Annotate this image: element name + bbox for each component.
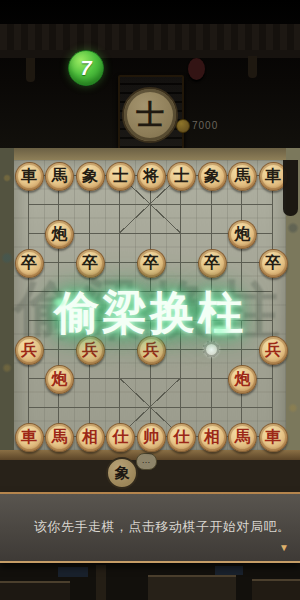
- piece-char: 象: [204, 168, 220, 184]
- piece-black-r1c8[interactable]: 馬: [228, 162, 257, 191]
- level-badge-number: 7: [80, 57, 91, 80]
- roof-decoration: [0, 24, 300, 53]
- piece-char: 炮: [52, 226, 68, 242]
- glow-spark: [52, 298, 66, 306]
- piece-char: 士: [113, 168, 129, 184]
- stratagem-title: 偷梁换柱: [0, 283, 300, 343]
- piece-black-r4c5[interactable]: 卒: [137, 249, 166, 278]
- advisor-sign-emblem: 士: [122, 87, 178, 143]
- piece-char: 卒: [265, 255, 281, 271]
- building-decoration: [148, 575, 236, 600]
- top-scene: 7 士 7000: [0, 0, 300, 148]
- piece-char: 車: [21, 429, 37, 445]
- coin-amount: 7000: [192, 120, 218, 131]
- piece-black-r1c7[interactable]: 象: [198, 162, 227, 191]
- tassel-left-decoration: [26, 58, 35, 82]
- coin-icon: [176, 119, 190, 133]
- piece-char: 車: [265, 168, 281, 184]
- piece-char: 兵: [21, 342, 37, 358]
- hanging-post-decoration: [283, 160, 298, 216]
- piece-black-r1c6[interactable]: 士: [167, 162, 196, 191]
- piece-char: 相: [82, 429, 98, 445]
- window-decoration: [58, 567, 88, 577]
- piece-red-r10c2[interactable]: 馬: [45, 423, 74, 452]
- piece-black-r1c3[interactable]: 象: [76, 162, 105, 191]
- piece-char: 炮: [235, 226, 251, 242]
- xiangqi-app-screen: 7 士 7000 車馬象士将士象馬車炮炮卒卒卒卒卒兵兵兵兵炮炮車馬相仕帅仕相馬車…: [0, 0, 300, 600]
- piece-char: 車: [265, 429, 281, 445]
- piece-red-r10c3[interactable]: 相: [76, 423, 105, 452]
- opponent-avatar: 象: [106, 457, 138, 489]
- piece-char: 卒: [82, 255, 98, 271]
- piece-char: 炮: [235, 371, 251, 387]
- piece-red-r10c1[interactable]: 車: [15, 423, 44, 452]
- piece-red-r10c8[interactable]: 馬: [228, 423, 257, 452]
- piece-black-r4c3[interactable]: 卒: [76, 249, 105, 278]
- piece-red-r10c9[interactable]: 車: [259, 423, 288, 452]
- piece-char: 馬: [235, 168, 251, 184]
- piece-black-r4c9[interactable]: 卒: [259, 249, 288, 278]
- thinking-dots: …: [142, 456, 152, 465]
- empty-point-marker: [204, 342, 219, 357]
- piece-char: 仕: [113, 429, 129, 445]
- piece-char: 帅: [143, 429, 159, 445]
- piece-char: 卒: [204, 255, 220, 271]
- advisor-shop-sign: 士: [118, 75, 184, 150]
- piece-char: 馬: [235, 429, 251, 445]
- building-decoration: [0, 581, 70, 600]
- piece-char: 車: [21, 168, 37, 184]
- tassel-right-decoration: [248, 56, 257, 78]
- footer-scene: [0, 563, 300, 600]
- piece-char: 卒: [21, 255, 37, 271]
- piece-char: 兵: [265, 342, 281, 358]
- piece-char: 炮: [52, 371, 68, 387]
- piece-char: 象: [82, 168, 98, 184]
- piece-char: 馬: [52, 168, 68, 184]
- piece-black-r1c5[interactable]: 将: [137, 162, 166, 191]
- piece-black-r1c1[interactable]: 車: [15, 162, 44, 191]
- piece-black-r4c7[interactable]: 卒: [198, 249, 227, 278]
- piece-red-r10c7[interactable]: 相: [198, 423, 227, 452]
- post-decoration: [96, 565, 106, 600]
- piece-char: 卒: [143, 255, 159, 271]
- piece-black-r3c2[interactable]: 炮: [45, 220, 74, 249]
- piece-char: 士: [174, 168, 190, 184]
- advisor-sign-char: 士: [136, 96, 164, 134]
- piece-black-r3c8[interactable]: 炮: [228, 220, 257, 249]
- piece-red-r10c4[interactable]: 仕: [106, 423, 135, 452]
- hint-message-bar[interactable]: 该你先手走棋，点击移动棋子开始对局吧。 ▼: [0, 492, 300, 563]
- piece-black-r1c2[interactable]: 馬: [45, 162, 74, 191]
- piece-char: 兵: [143, 342, 159, 358]
- piece-black-r1c4[interactable]: 士: [106, 162, 135, 191]
- piece-red-r10c5[interactable]: 帅: [137, 423, 166, 452]
- opponent-avatar-char: 象: [115, 464, 130, 483]
- piece-char: 仕: [174, 429, 190, 445]
- glow-spark: [206, 326, 232, 335]
- piece-char: 相: [204, 429, 220, 445]
- collapse-arrow-icon[interactable]: ▼: [279, 542, 289, 553]
- piece-red-r8c8[interactable]: 炮: [228, 365, 257, 394]
- window-decoration: [215, 566, 243, 575]
- piece-char: 馬: [52, 429, 68, 445]
- level-badge-button[interactable]: 7: [68, 50, 104, 86]
- building-decoration: [252, 579, 300, 600]
- piece-char: 兵: [82, 342, 98, 358]
- hint-message-text: 该你先手走棋，点击移动棋子开始对局吧。: [34, 518, 291, 536]
- piece-char: 将: [143, 168, 159, 184]
- piece-red-r10c6[interactable]: 仕: [167, 423, 196, 452]
- lantern-decoration: [188, 58, 205, 80]
- piece-black-r4c1[interactable]: 卒: [15, 249, 44, 278]
- opponent-thinking-bubble: …: [136, 453, 157, 470]
- piece-red-r8c2[interactable]: 炮: [45, 365, 74, 394]
